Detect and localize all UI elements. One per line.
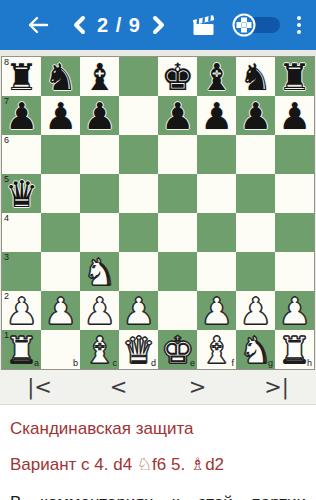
intro-pager: 2 / 9: [71, 14, 167, 37]
file-label: f: [231, 359, 234, 368]
white-pawn: ♟: [41, 291, 80, 330]
square-b1[interactable]: b: [41, 330, 80, 369]
square-g1[interactable]: g♞: [236, 330, 275, 369]
square-d8[interactable]: [119, 57, 158, 96]
black-bishop: ♝: [80, 57, 119, 96]
square-a8[interactable]: 8♜: [2, 57, 41, 96]
square-f4[interactable]: [197, 213, 236, 252]
engine-toggle[interactable]: [232, 13, 280, 37]
square-a1[interactable]: 1a♜: [2, 330, 41, 369]
prev-page-button[interactable]: [71, 15, 87, 35]
square-b4[interactable]: [41, 213, 80, 252]
black-pawn: ♟: [275, 96, 314, 135]
square-c4[interactable]: [80, 213, 119, 252]
square-e2[interactable]: [158, 291, 197, 330]
square-d5[interactable]: [119, 174, 158, 213]
black-knight: ♞: [236, 57, 275, 96]
comment-paragraph: В комментариях к этой партии: [10, 493, 306, 500]
square-h4[interactable]: [275, 213, 314, 252]
black-pawn: ♟: [158, 96, 197, 135]
square-e6[interactable]: [158, 135, 197, 174]
square-b5[interactable]: [41, 174, 80, 213]
square-e5[interactable]: [158, 174, 197, 213]
last-move-button[interactable]: >|: [237, 370, 316, 404]
white-pawn: ♟: [197, 291, 236, 330]
back-button[interactable]: [26, 13, 50, 37]
square-g3[interactable]: [236, 252, 275, 291]
square-f7[interactable]: ♟: [197, 96, 236, 135]
move-nav-bar: |< < > >|: [0, 370, 316, 405]
square-c8[interactable]: ♝: [80, 57, 119, 96]
square-a2[interactable]: 2♟: [2, 291, 41, 330]
rank-label: 7: [4, 97, 9, 106]
black-pawn: ♟: [80, 96, 119, 135]
square-c5[interactable]: [80, 174, 119, 213]
app-bar-actions: [190, 12, 303, 38]
square-d1[interactable]: d♛: [119, 330, 158, 369]
square-f3[interactable]: [197, 252, 236, 291]
file-label: h: [307, 359, 312, 368]
square-d3[interactable]: [119, 252, 158, 291]
square-g7[interactable]: ♟: [236, 96, 275, 135]
white-pawn: ♟: [275, 291, 314, 330]
square-h3[interactable]: [275, 252, 314, 291]
square-e8[interactable]: ♚: [158, 57, 197, 96]
square-e7[interactable]: ♟: [158, 96, 197, 135]
square-e1[interactable]: e♚: [158, 330, 197, 369]
chessking-logo-icon: [232, 13, 256, 37]
square-d4[interactable]: [119, 213, 158, 252]
square-g6[interactable]: [236, 135, 275, 174]
square-g2[interactable]: ♟: [236, 291, 275, 330]
file-label: g: [268, 359, 273, 368]
square-f1[interactable]: f♝: [197, 330, 236, 369]
back-arrow-icon: [26, 13, 50, 37]
square-g8[interactable]: ♞: [236, 57, 275, 96]
rank-label: 6: [4, 136, 9, 145]
white-bishop: ♝: [197, 330, 236, 369]
next-page-button[interactable]: [151, 15, 167, 35]
rank-label: 4: [4, 214, 9, 223]
square-c3[interactable]: ♞: [80, 252, 119, 291]
white-pawn: ♟: [119, 291, 158, 330]
board-area: 8♜♞♝♚♝♞♜7♟♟♟♟♟♟♟65♛43♞2♟♟♟♟♟♟♟1a♜bc♝d♛e♚…: [0, 50, 316, 370]
square-h6[interactable]: [275, 135, 314, 174]
word: В: [10, 493, 21, 500]
file-label: e: [190, 359, 195, 368]
square-a3[interactable]: 3: [2, 252, 41, 291]
file-label: a: [34, 359, 39, 368]
square-b8[interactable]: ♞: [41, 57, 80, 96]
square-a5[interactable]: 5♛: [2, 174, 41, 213]
square-b6[interactable]: [41, 135, 80, 174]
next-move-button[interactable]: >: [158, 370, 237, 404]
rank-label: 1: [4, 331, 9, 340]
lesson-text: Скандинавская защита Вариант с 4. d4 ♘f6…: [0, 405, 316, 500]
three-dots-icon: [295, 14, 303, 36]
page-counter: 2 / 9: [92, 14, 146, 37]
rank-label: 5: [4, 175, 9, 184]
black-knight: ♞: [41, 57, 80, 96]
black-pawn: ♟: [197, 96, 236, 135]
app-bar: 2 / 9: [0, 0, 316, 50]
square-f5[interactable]: [197, 174, 236, 213]
rank-label: 8: [4, 58, 9, 67]
square-a7[interactable]: 7♟: [2, 96, 41, 135]
square-f6[interactable]: [197, 135, 236, 174]
rank-label: 3: [4, 253, 9, 262]
animation-button[interactable]: [190, 12, 217, 38]
clapperboard-icon: [190, 12, 217, 38]
word: к: [172, 493, 179, 500]
variant-line: Вариант с 4. d4 ♘f6 5. ♗d2: [10, 454, 306, 475]
black-rook: ♜: [275, 57, 314, 96]
chevron-right-icon: [151, 15, 167, 35]
square-b7[interactable]: ♟: [41, 96, 80, 135]
file-label: b: [73, 359, 78, 368]
rank-label: 2: [4, 292, 9, 301]
word: комментариях: [40, 493, 153, 500]
square-c1[interactable]: c♝: [80, 330, 119, 369]
square-b2[interactable]: ♟: [41, 291, 80, 330]
square-g5[interactable]: [236, 174, 275, 213]
square-e3[interactable]: [158, 252, 197, 291]
opening-title: Скандинавская защита: [10, 419, 306, 439]
word: этой: [198, 493, 233, 500]
square-f2[interactable]: ♟: [197, 291, 236, 330]
white-pawn: ♟: [236, 291, 275, 330]
first-move-button[interactable]: |<: [0, 370, 79, 404]
square-h8[interactable]: ♜: [275, 57, 314, 96]
square-b3[interactable]: [41, 252, 80, 291]
square-g4[interactable]: [236, 213, 275, 252]
square-c7[interactable]: ♟: [80, 96, 119, 135]
file-label: c: [113, 359, 118, 368]
black-pawn: ♟: [41, 96, 80, 135]
square-h7[interactable]: ♟: [275, 96, 314, 135]
square-d6[interactable]: [119, 135, 158, 174]
black-bishop: ♝: [197, 57, 236, 96]
square-c2[interactable]: ♟: [80, 291, 119, 330]
black-pawn: ♟: [236, 96, 275, 135]
square-d2[interactable]: ♟: [119, 291, 158, 330]
square-e4[interactable]: [158, 213, 197, 252]
overflow-menu-button[interactable]: [295, 14, 303, 36]
chevron-left-icon: [71, 15, 87, 35]
app-screen: 2 / 9: [0, 0, 316, 500]
prev-move-button[interactable]: <: [79, 370, 158, 404]
square-a4[interactable]: 4: [2, 213, 41, 252]
square-c6[interactable]: [80, 135, 119, 174]
white-pawn: ♟: [80, 291, 119, 330]
square-h5[interactable]: [275, 174, 314, 213]
file-label: d: [151, 359, 156, 368]
square-a6[interactable]: 6: [2, 135, 41, 174]
white-knight: ♞: [80, 252, 119, 291]
square-f8[interactable]: ♝: [197, 57, 236, 96]
word: партии: [251, 493, 306, 500]
square-d7[interactable]: [119, 96, 158, 135]
black-king: ♚: [158, 57, 197, 96]
chess-board: 8♜♞♝♚♝♞♜7♟♟♟♟♟♟♟65♛43♞2♟♟♟♟♟♟♟1a♜bc♝d♛e♚…: [1, 56, 315, 370]
square-h1[interactable]: h♜: [275, 330, 314, 369]
square-h2[interactable]: ♟: [275, 291, 314, 330]
